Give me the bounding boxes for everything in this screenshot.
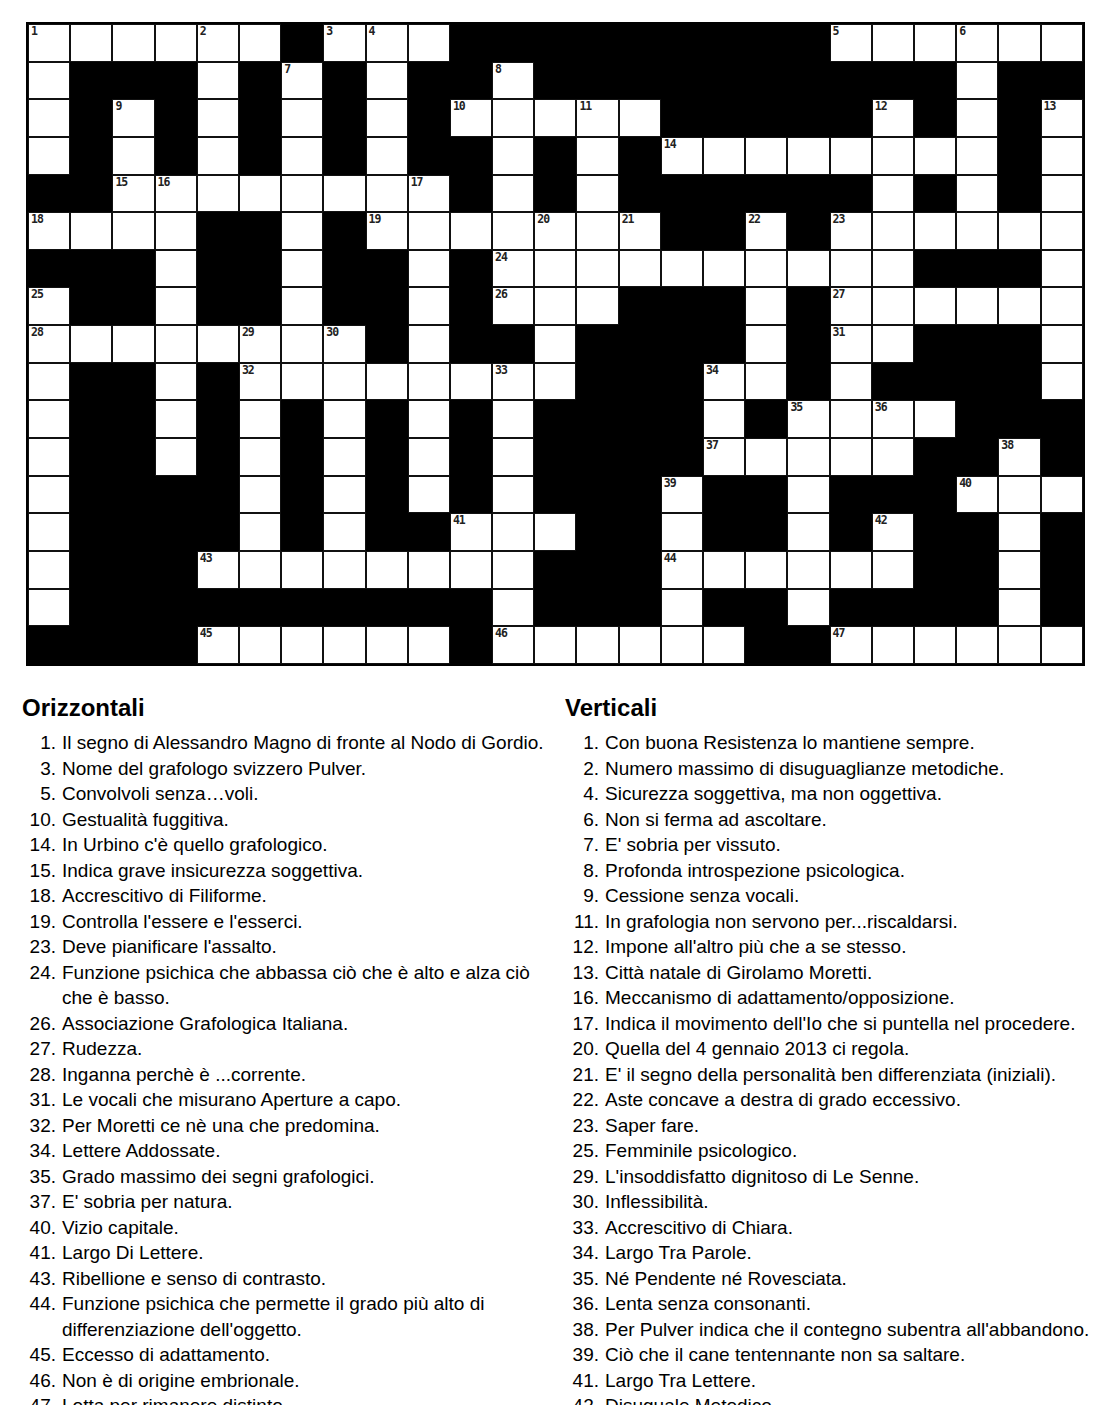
white-cell[interactable] — [366, 551, 408, 589]
white-cell[interactable] — [956, 99, 998, 137]
white-cell[interactable]: 27 — [830, 287, 872, 325]
white-cell[interactable] — [281, 287, 323, 325]
black-cell — [1041, 589, 1083, 627]
white-cell[interactable] — [281, 363, 323, 401]
clue-item-number: 46. — [22, 1368, 62, 1394]
white-cell[interactable] — [366, 99, 408, 137]
black-cell — [619, 363, 661, 401]
white-cell[interactable] — [155, 363, 197, 401]
black-cell — [745, 400, 787, 438]
white-cell[interactable] — [1041, 626, 1083, 664]
white-cell[interactable] — [998, 551, 1040, 589]
white-cell[interactable] — [1041, 250, 1083, 288]
clue-item-number: 13. — [565, 960, 605, 986]
white-cell[interactable]: 6 — [956, 24, 998, 62]
clue-item: 31.Le vocali che misurano Aperture a cap… — [22, 1087, 547, 1113]
white-cell[interactable]: 44 — [661, 551, 703, 589]
white-cell[interactable]: 14 — [661, 137, 703, 175]
black-cell — [576, 438, 618, 476]
white-cell[interactable] — [70, 24, 112, 62]
white-cell[interactable] — [872, 175, 914, 213]
white-cell[interactable] — [956, 212, 998, 250]
white-cell[interactable] — [576, 626, 618, 664]
white-cell[interactable] — [998, 589, 1040, 627]
white-cell[interactable] — [492, 99, 534, 137]
white-cell[interactable] — [914, 287, 956, 325]
white-cell[interactable] — [239, 175, 281, 213]
white-cell[interactable] — [112, 212, 154, 250]
white-cell[interactable] — [703, 137, 745, 175]
white-cell[interactable] — [998, 212, 1040, 250]
white-cell[interactable] — [492, 175, 534, 213]
white-cell[interactable] — [239, 476, 281, 514]
clue-item: 38.Per Pulver indica che il contegno sub… — [565, 1317, 1100, 1343]
white-cell[interactable] — [450, 363, 492, 401]
white-cell[interactable] — [366, 137, 408, 175]
white-cell[interactable] — [745, 250, 787, 288]
white-cell[interactable] — [492, 589, 534, 627]
white-cell[interactable]: 22 — [745, 212, 787, 250]
white-cell[interactable] — [914, 400, 956, 438]
white-cell[interactable]: 37 — [703, 438, 745, 476]
white-cell[interactable] — [872, 212, 914, 250]
black-cell — [112, 363, 154, 401]
white-cell[interactable] — [703, 250, 745, 288]
black-cell — [197, 438, 239, 476]
black-cell — [619, 24, 661, 62]
white-cell[interactable] — [155, 212, 197, 250]
white-cell[interactable] — [661, 589, 703, 627]
white-cell[interactable] — [28, 363, 70, 401]
white-cell[interactable] — [1041, 476, 1083, 514]
white-cell[interactable] — [1041, 137, 1083, 175]
white-cell[interactable] — [534, 250, 576, 288]
black-cell — [703, 476, 745, 514]
white-cell[interactable]: 1 — [28, 24, 70, 62]
white-cell[interactable] — [155, 325, 197, 363]
clue-item: 7.E' sobria per vissuto. — [565, 832, 1100, 858]
white-cell[interactable] — [155, 438, 197, 476]
white-cell[interactable] — [1041, 325, 1083, 363]
black-cell — [197, 589, 239, 627]
white-cell[interactable] — [492, 400, 534, 438]
white-cell[interactable] — [323, 400, 365, 438]
black-cell — [619, 551, 661, 589]
white-cell[interactable] — [28, 137, 70, 175]
white-cell[interactable] — [1041, 212, 1083, 250]
white-cell[interactable] — [28, 551, 70, 589]
clue-item-text: Accrescitivo di Filiforme. — [62, 883, 547, 909]
white-cell[interactable]: 5 — [830, 24, 872, 62]
black-cell — [408, 513, 450, 551]
white-cell[interactable] — [366, 626, 408, 664]
black-cell — [787, 212, 829, 250]
white-cell[interactable] — [703, 626, 745, 664]
white-cell[interactable] — [492, 476, 534, 514]
white-cell[interactable] — [366, 175, 408, 213]
white-cell[interactable] — [408, 250, 450, 288]
white-cell[interactable] — [998, 24, 1040, 62]
white-cell[interactable] — [872, 626, 914, 664]
white-cell[interactable] — [703, 400, 745, 438]
black-cell — [703, 62, 745, 100]
white-cell[interactable] — [1041, 363, 1083, 401]
white-cell[interactable] — [576, 250, 618, 288]
clue-item: 32.Per Moretti ce nè una che predomina. — [22, 1113, 547, 1139]
white-cell[interactable]: 28 — [28, 325, 70, 363]
white-cell[interactable] — [872, 551, 914, 589]
white-cell[interactable] — [28, 476, 70, 514]
white-cell[interactable]: 17 — [408, 175, 450, 213]
clue-item-text: Rudezza. — [62, 1036, 547, 1062]
white-cell[interactable]: 2 — [197, 24, 239, 62]
white-cell[interactable] — [197, 99, 239, 137]
white-cell[interactable] — [112, 137, 154, 175]
clue-item-text: Grado massimo dei segni grafologici. — [62, 1164, 547, 1190]
white-cell[interactable] — [661, 626, 703, 664]
down-clue-list: 1.Con buona Resistenza lo mantiene sempr… — [565, 730, 1100, 1405]
clue-item-number: 29. — [565, 1164, 605, 1190]
clue-item-number: 42. — [565, 1393, 605, 1405]
white-cell[interactable] — [703, 551, 745, 589]
white-cell[interactable] — [787, 250, 829, 288]
white-cell[interactable] — [745, 325, 787, 363]
white-cell[interactable]: 41 — [450, 513, 492, 551]
white-cell[interactable] — [872, 325, 914, 363]
white-cell[interactable] — [661, 513, 703, 551]
clue-item-number: 10. — [22, 807, 62, 833]
white-cell[interactable] — [745, 551, 787, 589]
white-cell[interactable] — [450, 551, 492, 589]
white-cell[interactable]: 43 — [197, 551, 239, 589]
white-cell[interactable]: 47 — [830, 626, 872, 664]
white-cell[interactable] — [492, 137, 534, 175]
white-cell[interactable] — [281, 626, 323, 664]
black-cell — [956, 400, 998, 438]
white-cell[interactable] — [281, 325, 323, 363]
white-cell[interactable] — [112, 24, 154, 62]
white-cell[interactable] — [155, 400, 197, 438]
white-cell[interactable]: 21 — [619, 212, 661, 250]
white-cell[interactable] — [281, 551, 323, 589]
white-cell[interactable] — [998, 513, 1040, 551]
white-cell[interactable]: 45 — [197, 626, 239, 664]
black-cell — [366, 325, 408, 363]
black-cell — [619, 513, 661, 551]
clue-item: 34.Largo Tra Parole. — [565, 1240, 1100, 1266]
clue-item-number: 31. — [22, 1087, 62, 1113]
black-cell — [408, 62, 450, 100]
white-cell[interactable] — [239, 438, 281, 476]
white-cell[interactable] — [408, 400, 450, 438]
white-cell[interactable] — [492, 551, 534, 589]
white-cell[interactable] — [239, 626, 281, 664]
white-cell[interactable] — [281, 212, 323, 250]
white-cell[interactable]: 13 — [1041, 99, 1083, 137]
white-cell[interactable] — [112, 325, 154, 363]
black-cell — [661, 99, 703, 137]
white-cell[interactable] — [872, 250, 914, 288]
white-cell[interactable] — [914, 137, 956, 175]
black-cell — [830, 62, 872, 100]
white-cell[interactable]: 23 — [830, 212, 872, 250]
white-cell[interactable]: 42 — [872, 513, 914, 551]
clue-item-text: Cessione senza vocali. — [605, 883, 1100, 909]
white-cell[interactable] — [576, 175, 618, 213]
white-cell[interactable] — [408, 438, 450, 476]
white-cell[interactable] — [239, 551, 281, 589]
clue-item: 22.Aste concave a destra di grado eccess… — [565, 1087, 1100, 1113]
white-cell[interactable] — [745, 438, 787, 476]
black-cell — [112, 287, 154, 325]
white-cell[interactable]: 24 — [492, 250, 534, 288]
white-cell[interactable] — [408, 363, 450, 401]
white-cell[interactable] — [534, 99, 576, 137]
white-cell[interactable] — [534, 325, 576, 363]
white-cell[interactable] — [408, 476, 450, 514]
white-cell[interactable]: 20 — [534, 212, 576, 250]
white-cell[interactable] — [745, 287, 787, 325]
clue-number: 12 — [875, 100, 887, 113]
white-cell[interactable]: 19 — [366, 212, 408, 250]
white-cell[interactable] — [197, 325, 239, 363]
black-cell — [998, 400, 1040, 438]
white-cell[interactable] — [1041, 24, 1083, 62]
white-cell[interactable] — [787, 438, 829, 476]
white-cell[interactable] — [408, 212, 450, 250]
white-cell[interactable]: 4 — [366, 24, 408, 62]
white-cell[interactable] — [872, 287, 914, 325]
white-cell[interactable] — [872, 438, 914, 476]
white-cell[interactable] — [281, 137, 323, 175]
white-cell[interactable] — [914, 626, 956, 664]
black-cell — [239, 589, 281, 627]
white-cell[interactable] — [787, 551, 829, 589]
clue-number: 23 — [833, 213, 845, 226]
white-cell[interactable] — [28, 589, 70, 627]
white-cell[interactable] — [745, 137, 787, 175]
black-cell — [112, 250, 154, 288]
black-cell — [450, 626, 492, 664]
clue-item-number: 47. — [22, 1393, 62, 1405]
white-cell[interactable] — [619, 250, 661, 288]
white-cell[interactable] — [619, 626, 661, 664]
white-cell[interactable] — [787, 513, 829, 551]
white-cell[interactable]: 39 — [661, 476, 703, 514]
white-cell[interactable] — [534, 287, 576, 325]
white-cell[interactable] — [239, 400, 281, 438]
white-cell[interactable]: 11 — [576, 99, 618, 137]
white-cell[interactable] — [408, 287, 450, 325]
black-cell — [197, 363, 239, 401]
white-cell[interactable] — [534, 363, 576, 401]
white-cell[interactable] — [872, 137, 914, 175]
black-cell — [197, 513, 239, 551]
white-cell[interactable] — [872, 24, 914, 62]
white-cell[interactable] — [408, 551, 450, 589]
black-cell — [787, 287, 829, 325]
black-cell — [1041, 400, 1083, 438]
white-cell[interactable] — [28, 438, 70, 476]
clue-item: 2.Numero massimo di disuguaglianze metod… — [565, 756, 1100, 782]
white-cell[interactable] — [787, 137, 829, 175]
black-cell — [155, 476, 197, 514]
white-cell[interactable] — [155, 250, 197, 288]
white-cell[interactable] — [914, 24, 956, 62]
white-cell[interactable]: 3 — [323, 24, 365, 62]
white-cell[interactable]: 31 — [830, 325, 872, 363]
white-cell[interactable] — [239, 513, 281, 551]
white-cell[interactable] — [155, 24, 197, 62]
clue-number: 4 — [369, 25, 375, 38]
black-cell — [998, 99, 1040, 137]
white-cell[interactable] — [956, 62, 998, 100]
white-cell[interactable]: 34 — [703, 363, 745, 401]
white-cell[interactable] — [28, 400, 70, 438]
black-cell — [450, 400, 492, 438]
white-cell[interactable] — [956, 175, 998, 213]
black-cell — [281, 400, 323, 438]
white-cell[interactable] — [492, 513, 534, 551]
white-cell[interactable] — [619, 99, 661, 137]
white-cell[interactable] — [1041, 175, 1083, 213]
white-cell[interactable] — [492, 438, 534, 476]
white-cell[interactable] — [408, 24, 450, 62]
white-cell[interactable] — [408, 325, 450, 363]
white-cell[interactable] — [745, 363, 787, 401]
black-cell — [112, 476, 154, 514]
clue-item-number: 35. — [22, 1164, 62, 1190]
black-cell — [70, 438, 112, 476]
white-cell[interactable] — [830, 363, 872, 401]
white-cell[interactable] — [998, 287, 1040, 325]
white-cell[interactable] — [1041, 287, 1083, 325]
white-cell[interactable] — [281, 175, 323, 213]
clue-number: 30 — [326, 326, 338, 339]
white-cell[interactable] — [787, 589, 829, 627]
white-cell[interactable] — [323, 438, 365, 476]
black-cell — [534, 400, 576, 438]
white-cell[interactable]: 8 — [492, 62, 534, 100]
black-cell — [70, 175, 112, 213]
white-cell[interactable]: 40 — [956, 476, 998, 514]
white-cell[interactable] — [323, 551, 365, 589]
white-cell[interactable] — [956, 626, 998, 664]
clue-item-text: Funzione psichica che abbassa ciò che è … — [62, 960, 547, 1011]
white-cell[interactable] — [450, 212, 492, 250]
white-cell[interactable]: 29 — [239, 325, 281, 363]
white-cell[interactable]: 25 — [28, 287, 70, 325]
white-cell[interactable] — [830, 250, 872, 288]
clue-number: 46 — [495, 627, 507, 640]
white-cell[interactable] — [661, 250, 703, 288]
black-cell — [155, 626, 197, 664]
across-clue-list: 1.Il segno di Alessandro Magno di fronte… — [22, 730, 547, 1405]
white-cell[interactable] — [70, 212, 112, 250]
black-cell — [619, 325, 661, 363]
white-cell[interactable]: 33 — [492, 363, 534, 401]
clue-item-number: 34. — [565, 1240, 605, 1266]
white-cell[interactable] — [956, 137, 998, 175]
white-cell[interactable]: 46 — [492, 626, 534, 664]
white-cell[interactable] — [323, 476, 365, 514]
white-cell[interactable]: 16 — [155, 175, 197, 213]
clue-item-number: 33. — [565, 1215, 605, 1241]
white-cell[interactable] — [830, 400, 872, 438]
white-cell[interactable] — [366, 62, 408, 100]
white-cell[interactable] — [239, 24, 281, 62]
white-cell[interactable] — [576, 212, 618, 250]
white-cell[interactable] — [281, 99, 323, 137]
black-cell — [366, 400, 408, 438]
white-cell[interactable] — [576, 287, 618, 325]
black-cell — [914, 99, 956, 137]
white-cell[interactable] — [197, 175, 239, 213]
white-cell[interactable] — [197, 137, 239, 175]
white-cell[interactable]: 18 — [28, 212, 70, 250]
white-cell[interactable]: 9 — [112, 99, 154, 137]
white-cell[interactable]: 10 — [450, 99, 492, 137]
white-cell[interactable] — [323, 363, 365, 401]
clue-item: 46.Non è di origine embrionale. — [22, 1368, 547, 1394]
white-cell[interactable] — [998, 626, 1040, 664]
white-cell[interactable]: 7 — [281, 62, 323, 100]
white-cell[interactable] — [366, 363, 408, 401]
white-cell[interactable] — [323, 175, 365, 213]
black-cell — [956, 513, 998, 551]
white-cell[interactable]: 35 — [787, 400, 829, 438]
white-cell[interactable] — [534, 626, 576, 664]
white-cell[interactable] — [70, 325, 112, 363]
white-cell[interactable] — [956, 287, 998, 325]
white-cell[interactable] — [28, 62, 70, 100]
white-cell[interactable] — [323, 513, 365, 551]
white-cell[interactable] — [323, 626, 365, 664]
white-cell[interactable] — [998, 476, 1040, 514]
clue-number: 40 — [959, 477, 971, 490]
white-cell[interactable] — [492, 212, 534, 250]
white-cell[interactable] — [534, 513, 576, 551]
white-cell[interactable] — [830, 137, 872, 175]
white-cell[interactable] — [197, 62, 239, 100]
white-cell[interactable]: 30 — [323, 325, 365, 363]
black-cell — [745, 476, 787, 514]
clue-item: 35.Né Pendente né Rovesciata. — [565, 1266, 1100, 1292]
white-cell[interactable] — [281, 250, 323, 288]
black-cell — [28, 250, 70, 288]
clue-number: 11 — [579, 100, 591, 113]
white-cell[interactable] — [576, 137, 618, 175]
white-cell[interactable] — [155, 287, 197, 325]
white-cell[interactable] — [914, 212, 956, 250]
clue-item: 23.Deve pianificare l'assalto. — [22, 934, 547, 960]
white-cell[interactable] — [830, 438, 872, 476]
white-cell[interactable]: 32 — [239, 363, 281, 401]
black-cell — [197, 476, 239, 514]
white-cell[interactable] — [830, 551, 872, 589]
white-cell[interactable] — [28, 513, 70, 551]
white-cell[interactable]: 36 — [872, 400, 914, 438]
white-cell[interactable] — [28, 99, 70, 137]
white-cell[interactable]: 38 — [998, 438, 1040, 476]
white-cell[interactable]: 12 — [872, 99, 914, 137]
clue-item: 37.E' sobria per natura. — [22, 1189, 547, 1215]
white-cell[interactable] — [787, 476, 829, 514]
white-cell[interactable]: 26 — [492, 287, 534, 325]
white-cell[interactable]: 15 — [112, 175, 154, 213]
white-cell[interactable] — [408, 626, 450, 664]
black-cell — [703, 99, 745, 137]
